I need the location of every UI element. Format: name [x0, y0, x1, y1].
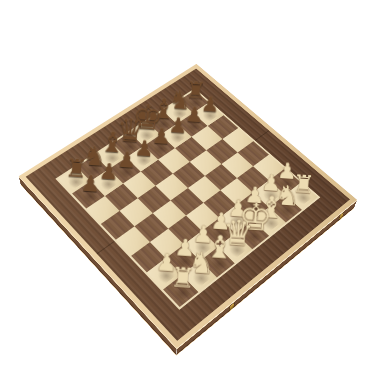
- piece-white-rook: ♜: [169, 264, 195, 292]
- piece-black-pawn: ♟: [79, 173, 100, 196]
- brass-clasp-icon: [338, 212, 343, 220]
- scene: ♜♞♝♛♚♝♞♜♟♟♟♟♟♟♟♟♟♟♟♟♟♟♟♟♜♞♝♛♚♝♞♜: [0, 0, 375, 375]
- product-photo: ♜♞♝♛♚♝♞♜♟♟♟♟♟♟♟♟♟♟♟♟♟♟♟♟♜♞♝♛♚♝♞♜: [0, 0, 375, 375]
- photo-tilt: ♜♞♝♛♚♝♞♜♟♟♟♟♟♟♟♟♟♟♟♟♟♟♟♟♜♞♝♛♚♝♞♜: [0, 0, 375, 375]
- chess-board: ♜♞♝♛♚♝♞♜♟♟♟♟♟♟♟♟♟♟♟♟♟♟♟♟♜♞♝♛♚♝♞♜: [18, 63, 357, 348]
- brass-clasp-icon: [229, 302, 234, 310]
